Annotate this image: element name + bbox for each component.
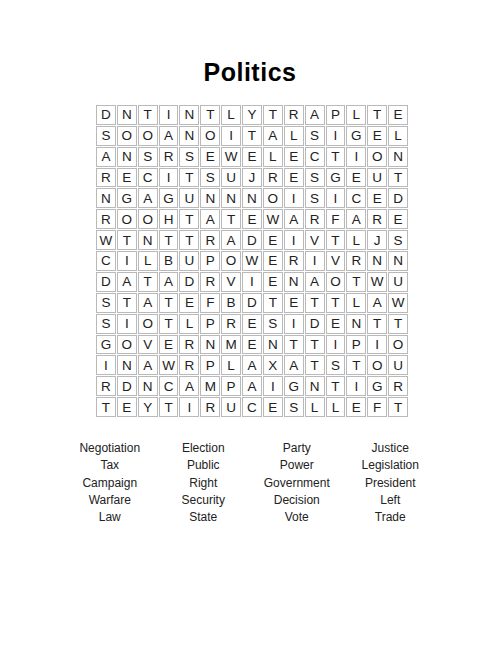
grid-cell-r6c12: F xyxy=(326,209,346,229)
grid-cell-r2c11: S xyxy=(305,126,325,146)
grid-cell-r6c11: R xyxy=(305,209,325,229)
grid-cell-r4c6: S xyxy=(200,168,220,188)
grid-cell-r8c14: N xyxy=(367,251,387,271)
word-security: Security xyxy=(157,492,251,509)
grid-cell-r3c1: A xyxy=(96,147,116,167)
grid-cell-r3c2: N xyxy=(117,147,137,167)
grid-cell-r10c11: T xyxy=(305,293,325,313)
grid-cell-r5c13: C xyxy=(346,188,366,208)
grid-cell-r13c4: W xyxy=(159,355,179,375)
grid-cell-r14c13: I xyxy=(346,376,366,396)
grid-cell-r6c10: A xyxy=(284,209,304,229)
grid-cell-r13c13: T xyxy=(346,355,366,375)
grid-cell-r12c2: O xyxy=(117,335,137,355)
grid-cell-r12c9: N xyxy=(263,335,283,355)
grid-cell-r8c6: P xyxy=(200,251,220,271)
grid-cell-r15c5: I xyxy=(179,397,199,417)
grid-cell-r2c1: S xyxy=(96,126,116,146)
grid-cell-r1c9: T xyxy=(263,105,283,125)
grid-cell-r3c12: T xyxy=(326,147,346,167)
grid-cell-r7c12: T xyxy=(326,230,346,250)
grid-cell-r7c1: W xyxy=(96,230,116,250)
grid-cell-r8c11: I xyxy=(305,251,325,271)
grid-cell-r13c11: T xyxy=(305,355,325,375)
grid-cell-r15c3: Y xyxy=(138,397,158,417)
grid-cell-r7c2: T xyxy=(117,230,137,250)
grid-cell-r7c15: S xyxy=(388,230,408,250)
grid-cell-r11c5: L xyxy=(179,314,199,334)
grid-cell-r10c4: T xyxy=(159,293,179,313)
grid-cell-r1c8: Y xyxy=(242,105,262,125)
grid-cell-r11c12: E xyxy=(326,314,346,334)
grid-cell-r11c11: D xyxy=(305,314,325,334)
grid-cell-r1c1: D xyxy=(96,105,116,125)
grid-cell-r4c8: J xyxy=(242,168,262,188)
grid-cell-r8c9: E xyxy=(263,251,283,271)
grid-cell-r13c14: O xyxy=(367,355,387,375)
grid-cell-r6c3: O xyxy=(138,209,158,229)
grid-cell-r13c3: A xyxy=(138,355,158,375)
word-warfare: Warfare xyxy=(63,492,157,509)
grid-cell-r1c13: L xyxy=(346,105,366,125)
grid-cell-r15c10: S xyxy=(284,397,304,417)
grid-cell-r14c12: T xyxy=(326,376,346,396)
grid-cell-r7c11: V xyxy=(305,230,325,250)
grid-cell-r3c14: O xyxy=(367,147,387,167)
grid-cell-r14c4: C xyxy=(159,376,179,396)
grid-cell-r10c12: T xyxy=(326,293,346,313)
grid-cell-r5c3: A xyxy=(138,188,158,208)
grid-cell-r9c10: N xyxy=(284,272,304,292)
grid-cell-r13c5: R xyxy=(179,355,199,375)
grid-cell-r6c2: O xyxy=(117,209,137,229)
grid-cell-r1c3: T xyxy=(138,105,158,125)
grid-cell-r15c15: T xyxy=(388,397,408,417)
grid-cell-r9c7: V xyxy=(221,272,241,292)
grid-cell-r9c4: A xyxy=(159,272,179,292)
grid-cell-r11c7: R xyxy=(221,314,241,334)
grid-cell-r10c9: T xyxy=(263,293,283,313)
grid-cell-r11c3: O xyxy=(138,314,158,334)
grid-cell-r10c8: D xyxy=(242,293,262,313)
grid-cell-r15c11: L xyxy=(305,397,325,417)
grid-cell-r12c5: R xyxy=(179,335,199,355)
grid-cell-r6c8: E xyxy=(242,209,262,229)
grid-cell-r6c14: R xyxy=(367,209,387,229)
grid-cell-r11c4: T xyxy=(159,314,179,334)
grid-cell-r1c10: R xyxy=(284,105,304,125)
grid-cell-r1c7: L xyxy=(221,105,241,125)
grid-cell-r7c13: L xyxy=(346,230,366,250)
grid-cell-r1c15: E xyxy=(388,105,408,125)
grid-cell-r9c6: R xyxy=(200,272,220,292)
grid-cell-r11c2: I xyxy=(117,314,137,334)
grid-cell-r3c13: I xyxy=(346,147,366,167)
grid-cell-r10c7: B xyxy=(221,293,241,313)
grid-cell-r8c13: R xyxy=(346,251,366,271)
grid-cell-r12c10: T xyxy=(284,335,304,355)
grid-cell-r10c2: T xyxy=(117,293,137,313)
grid-cell-r13c8: A xyxy=(242,355,262,375)
grid-cell-r10c3: A xyxy=(138,293,158,313)
grid-cell-r4c4: I xyxy=(159,168,179,188)
grid-cell-r3c11: C xyxy=(305,147,325,167)
grid-cell-r8c15: N xyxy=(388,251,408,271)
grid-cell-r10c13: L xyxy=(346,293,366,313)
grid-cell-r1c2: N xyxy=(117,105,137,125)
grid-cell-r1c11: A xyxy=(305,105,325,125)
grid-cell-r9c14: W xyxy=(367,272,387,292)
grid-cell-r5c12: I xyxy=(326,188,346,208)
grid-cell-r15c2: E xyxy=(117,397,137,417)
grid-cell-r15c9: E xyxy=(263,397,283,417)
grid-cell-r15c8: C xyxy=(242,397,262,417)
grid-cell-r6c7: T xyxy=(221,209,241,229)
grid-cell-r12c4: E xyxy=(159,335,179,355)
grid-cell-r3c15: N xyxy=(388,147,408,167)
grid-cell-r11c13: N xyxy=(346,314,366,334)
grid-cell-r7c14: J xyxy=(367,230,387,250)
grid-cell-r3c9: L xyxy=(263,147,283,167)
word-power: Power xyxy=(250,457,344,474)
grid-cell-r4c2: E xyxy=(117,168,137,188)
grid-cell-r2c13: G xyxy=(346,126,366,146)
grid-cell-r15c13: E xyxy=(346,397,366,417)
grid-cell-r11c9: S xyxy=(263,314,283,334)
grid-cell-r14c8: A xyxy=(242,376,262,396)
grid-cell-r8c2: I xyxy=(117,251,137,271)
grid-cell-r5c2: G xyxy=(117,188,137,208)
grid-cell-r4c15: T xyxy=(388,168,408,188)
grid-cell-r9c3: T xyxy=(138,272,158,292)
grid-cell-r10c5: E xyxy=(179,293,199,313)
grid-cell-r10c10: E xyxy=(284,293,304,313)
grid-cell-r12c12: I xyxy=(326,335,346,355)
grid-cell-r11c6: P xyxy=(200,314,220,334)
grid-cell-r5c10: I xyxy=(284,188,304,208)
grid-cell-r13c7: L xyxy=(221,355,241,375)
grid-cell-r13c10: A xyxy=(284,355,304,375)
grid-cell-r9c11: A xyxy=(305,272,325,292)
grid-cell-r13c15: U xyxy=(388,355,408,375)
grid-cell-r6c6: A xyxy=(200,209,220,229)
grid-cell-r5c11: S xyxy=(305,188,325,208)
word-government: Government xyxy=(250,475,344,492)
grid-cell-r1c5: N xyxy=(179,105,199,125)
word-justice: Justice xyxy=(344,440,438,457)
word-left: Left xyxy=(344,492,438,509)
word-vote: Vote xyxy=(250,509,344,526)
word-public: Public xyxy=(157,457,251,474)
grid-cell-r11c8: E xyxy=(242,314,262,334)
word-tax: Tax xyxy=(63,457,157,474)
grid-cell-r7c9: E xyxy=(263,230,283,250)
grid-cell-r12c6: N xyxy=(200,335,220,355)
grid-cell-r8c3: L xyxy=(138,251,158,271)
grid-cell-r4c11: S xyxy=(305,168,325,188)
grid-cell-r10c1: S xyxy=(96,293,116,313)
grid-cell-r8c12: V xyxy=(326,251,346,271)
grid-cell-r4c1: R xyxy=(96,168,116,188)
grid-cell-r11c15: T xyxy=(388,314,408,334)
grid-cell-r2c8: T xyxy=(242,126,262,146)
grid-cell-r14c15: R xyxy=(388,376,408,396)
word-law: Law xyxy=(63,509,157,526)
grid-cell-r12c1: G xyxy=(96,335,116,355)
grid-cell-r8c7: O xyxy=(221,251,241,271)
word-election: Election xyxy=(157,440,251,457)
grid-cell-r6c13: A xyxy=(346,209,366,229)
grid-cell-r14c3: N xyxy=(138,376,158,396)
grid-cell-r12c11: T xyxy=(305,335,325,355)
grid-cell-r1c14: T xyxy=(367,105,387,125)
word-trade: Trade xyxy=(344,509,438,526)
grid-cell-r6c5: T xyxy=(179,209,199,229)
grid-cell-r14c9: I xyxy=(263,376,283,396)
word-negotiation: Negotiation xyxy=(63,440,157,457)
grid-cell-r12c13: P xyxy=(346,335,366,355)
grid-cell-r2c14: E xyxy=(367,126,387,146)
grid-cell-r13c2: N xyxy=(117,355,137,375)
grid-cell-r13c1: I xyxy=(96,355,116,375)
grid-cell-r12c15: O xyxy=(388,335,408,355)
grid-cell-r5c1: N xyxy=(96,188,116,208)
grid-cell-r6c1: R xyxy=(96,209,116,229)
puzzle-title: Politics xyxy=(0,58,500,87)
grid-cell-r2c4: A xyxy=(159,126,179,146)
grid-cell-r4c5: T xyxy=(179,168,199,188)
grid-cell-r12c3: V xyxy=(138,335,158,355)
grid-cell-r12c14: I xyxy=(367,335,387,355)
word-legislation: Legislation xyxy=(344,457,438,474)
grid-cell-r7c4: T xyxy=(159,230,179,250)
grid-cell-r13c12: S xyxy=(326,355,346,375)
grid-cell-r15c14: F xyxy=(367,397,387,417)
grid-cell-r4c9: R xyxy=(263,168,283,188)
grid-cell-r4c13: E xyxy=(346,168,366,188)
grid-cell-r5c6: N xyxy=(200,188,220,208)
grid-cell-r15c12: L xyxy=(326,397,346,417)
grid-cell-r9c13: T xyxy=(346,272,366,292)
grid-cell-r14c10: G xyxy=(284,376,304,396)
grid-cell-r12c8: E xyxy=(242,335,262,355)
grid-cell-r6c15: E xyxy=(388,209,408,229)
grid-cell-r9c1: D xyxy=(96,272,116,292)
grid-cell-r14c14: G xyxy=(367,376,387,396)
grid-cell-r10c15: W xyxy=(388,293,408,313)
grid-cell-r15c1: T xyxy=(96,397,116,417)
grid-cell-r2c5: N xyxy=(179,126,199,146)
grid-cell-r1c4: I xyxy=(159,105,179,125)
grid-cell-r14c5: A xyxy=(179,376,199,396)
grid-cell-r8c1: C xyxy=(96,251,116,271)
grid-cell-r5c14: E xyxy=(367,188,387,208)
word-search-grid: DNTINTLYTRAPLTESOOANOITALSIGELANSRSEWELE… xyxy=(96,105,408,417)
word-president: President xyxy=(344,475,438,492)
grid-cell-r2c9: A xyxy=(263,126,283,146)
word-right: Right xyxy=(157,475,251,492)
grid-cell-r3c7: W xyxy=(221,147,241,167)
grid-cell-r11c10: I xyxy=(284,314,304,334)
grid-cell-r13c6: P xyxy=(200,355,220,375)
grid-cell-r10c6: F xyxy=(200,293,220,313)
grid-cell-r9c8: I xyxy=(242,272,262,292)
grid-cell-r2c12: I xyxy=(326,126,346,146)
grid-cell-r14c11: N xyxy=(305,376,325,396)
grid-cell-r8c4: B xyxy=(159,251,179,271)
grid-cell-r10c14: A xyxy=(367,293,387,313)
grid-cell-r3c10: E xyxy=(284,147,304,167)
grid-cell-r2c6: O xyxy=(200,126,220,146)
grid-cell-r4c3: C xyxy=(138,168,158,188)
grid-cell-r14c2: D xyxy=(117,376,137,396)
grid-cell-r8c8: W xyxy=(242,251,262,271)
grid-cell-r4c7: U xyxy=(221,168,241,188)
grid-cell-r1c6: T xyxy=(200,105,220,125)
grid-cell-r12c7: M xyxy=(221,335,241,355)
grid-cell-r7c8: D xyxy=(242,230,262,250)
grid-cell-r7c5: T xyxy=(179,230,199,250)
grid-cell-r15c7: U xyxy=(221,397,241,417)
grid-cell-r2c2: O xyxy=(117,126,137,146)
grid-cell-r15c6: R xyxy=(200,397,220,417)
grid-cell-r3c5: S xyxy=(179,147,199,167)
word-party: Party xyxy=(250,440,344,457)
grid-cell-r4c12: G xyxy=(326,168,346,188)
grid-cell-r7c10: I xyxy=(284,230,304,250)
grid-cell-r8c5: U xyxy=(179,251,199,271)
grid-cell-r9c15: U xyxy=(388,272,408,292)
grid-cell-r15c4: T xyxy=(159,397,179,417)
grid-cell-r5c8: N xyxy=(242,188,262,208)
grid-cell-r2c7: I xyxy=(221,126,241,146)
grid-cell-r2c15: L xyxy=(388,126,408,146)
grid-cell-r5c9: O xyxy=(263,188,283,208)
grid-cell-r6c4: H xyxy=(159,209,179,229)
puzzle-page: Politics DNTINTLYTRAPLTESOOANOITALSIGELA… xyxy=(0,0,500,647)
grid-cell-r1c12: P xyxy=(326,105,346,125)
grid-cell-r13c9: X xyxy=(263,355,283,375)
grid-cell-r11c14: T xyxy=(367,314,387,334)
grid-cell-r4c10: E xyxy=(284,168,304,188)
grid-cell-r2c3: O xyxy=(138,126,158,146)
grid-cell-r3c8: E xyxy=(242,147,262,167)
grid-cell-r3c4: R xyxy=(159,147,179,167)
grid-cell-r9c12: O xyxy=(326,272,346,292)
grid-cell-r7c7: A xyxy=(221,230,241,250)
grid-cell-r5c4: G xyxy=(159,188,179,208)
grid-cell-r5c7: N xyxy=(221,188,241,208)
grid-cell-r8c10: R xyxy=(284,251,304,271)
grid-cell-r9c5: D xyxy=(179,272,199,292)
grid-cell-r14c1: R xyxy=(96,376,116,396)
grid-cell-r4c14: U xyxy=(367,168,387,188)
grid-cell-r5c15: D xyxy=(388,188,408,208)
grid-cell-r7c3: N xyxy=(138,230,158,250)
grid-cell-r2c10: L xyxy=(284,126,304,146)
grid-cell-r14c6: M xyxy=(200,376,220,396)
grid-cell-r7c6: R xyxy=(200,230,220,250)
word-state: State xyxy=(157,509,251,526)
grid-cell-r3c3: S xyxy=(138,147,158,167)
word-campaign: Campaign xyxy=(63,475,157,492)
grid-cell-r9c2: A xyxy=(117,272,137,292)
grid-cell-r11c1: S xyxy=(96,314,116,334)
word-decision: Decision xyxy=(250,492,344,509)
grid-cell-r14c7: P xyxy=(221,376,241,396)
grid-cell-r6c9: W xyxy=(263,209,283,229)
word-list: NegotiationTaxCampaignWarfareLawElection… xyxy=(63,440,437,526)
grid-cell-r9c9: E xyxy=(263,272,283,292)
grid-cell-r5c5: U xyxy=(179,188,199,208)
grid-cell-r3c6: E xyxy=(200,147,220,167)
